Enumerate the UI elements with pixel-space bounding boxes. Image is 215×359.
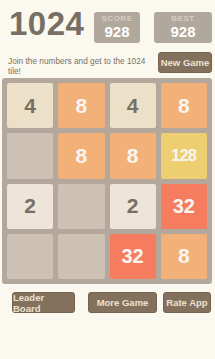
- tile-4: 4: [110, 83, 156, 128]
- score-value: 928: [104, 24, 129, 41]
- empty-cell: [7, 234, 53, 279]
- tile-128: 128: [161, 133, 207, 178]
- tile-8: 8: [58, 133, 104, 178]
- tile-8: 8: [161, 83, 207, 128]
- tile-2: 2: [110, 184, 156, 229]
- best-box: BEST 928: [154, 12, 212, 43]
- tile-8: 8: [58, 83, 104, 128]
- best-value: 928: [170, 24, 195, 41]
- empty-cell: [58, 234, 104, 279]
- leaderboard-button[interactable]: Leader Board: [12, 292, 75, 313]
- game-app-1024: 1024 SCORE 928 BEST 928 Join the numbers…: [0, 0, 215, 359]
- tile-8: 8: [161, 234, 207, 279]
- tile-8: 8: [110, 133, 156, 178]
- empty-cell: [7, 133, 53, 178]
- tile-2: 2: [7, 184, 53, 229]
- page-title: 1024: [9, 5, 84, 43]
- game-board[interactable]: 4848881282232328: [2, 78, 212, 284]
- tile-4: 4: [7, 83, 53, 128]
- rate-app-button[interactable]: Rate App: [163, 292, 211, 313]
- tile-32: 32: [110, 234, 156, 279]
- score-box: SCORE 928: [94, 12, 140, 43]
- empty-cell: [58, 184, 104, 229]
- tagline: Join the numbers and get to the 1024 til…: [8, 57, 156, 77]
- new-game-button[interactable]: New Game: [158, 52, 212, 73]
- more-game-button[interactable]: More Game: [88, 292, 157, 313]
- tile-32: 32: [161, 184, 207, 229]
